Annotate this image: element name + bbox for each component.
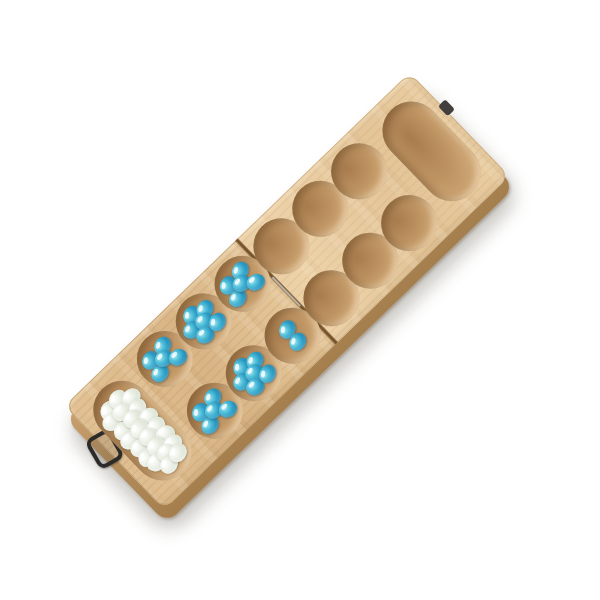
mancala-board <box>64 72 509 509</box>
product-photo <box>0 0 600 600</box>
